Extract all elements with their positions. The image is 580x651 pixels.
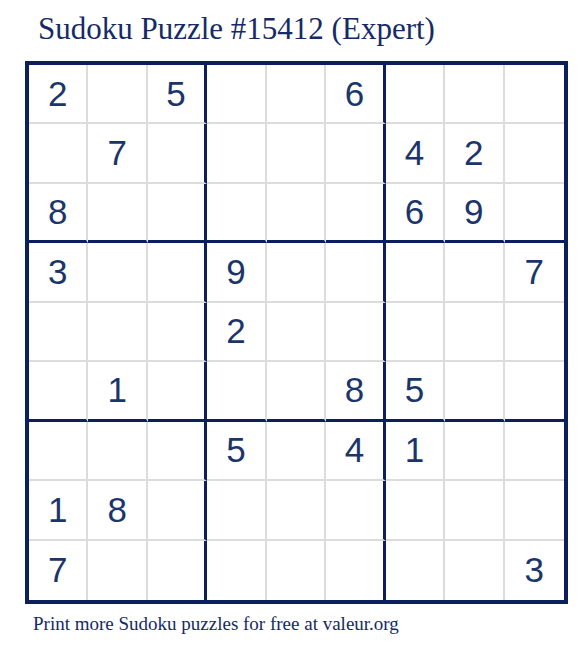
cell-r8c4[interactable]	[207, 481, 266, 540]
cell-r3c6[interactable]	[326, 184, 385, 243]
cell-r9c2[interactable]	[88, 541, 147, 600]
cell-r5c8[interactable]	[445, 303, 504, 362]
cell-r9c1[interactable]: 7	[29, 541, 88, 600]
cell-r3c7[interactable]: 6	[386, 184, 445, 243]
cell-r7c9[interactable]	[505, 422, 564, 481]
cell-r9c9[interactable]: 3	[505, 541, 564, 600]
cell-r1c5[interactable]	[267, 65, 326, 124]
cell-r6c3[interactable]	[148, 362, 207, 421]
cell-r5c3[interactable]	[148, 303, 207, 362]
cell-r7c1[interactable]	[29, 422, 88, 481]
cell-r6c9[interactable]	[505, 362, 564, 421]
cell-r1c6[interactable]: 6	[326, 65, 385, 124]
cell-r1c3[interactable]: 5	[148, 65, 207, 124]
cell-r5c2[interactable]	[88, 303, 147, 362]
cell-r5c1[interactable]	[29, 303, 88, 362]
cell-r9c5[interactable]	[267, 541, 326, 600]
footer-text: Print more Sudoku puzzles for free at va…	[33, 612, 399, 636]
cell-r3c9[interactable]	[505, 184, 564, 243]
cell-r3c5[interactable]	[267, 184, 326, 243]
cell-r9c4[interactable]	[207, 541, 266, 600]
cell-r4c2[interactable]	[88, 243, 147, 302]
cell-r4c6[interactable]	[326, 243, 385, 302]
cell-r7c3[interactable]	[148, 422, 207, 481]
page-title: Sudoku Puzzle #15412 (Expert)	[38, 10, 435, 47]
cell-r7c2[interactable]	[88, 422, 147, 481]
cell-r1c4[interactable]	[207, 65, 266, 124]
cell-r4c1[interactable]: 3	[29, 243, 88, 302]
cell-r2c9[interactable]	[505, 124, 564, 183]
cell-r2c6[interactable]	[326, 124, 385, 183]
cell-r2c1[interactable]	[29, 124, 88, 183]
cell-r7c5[interactable]	[267, 422, 326, 481]
cell-r3c3[interactable]	[148, 184, 207, 243]
cell-r3c4[interactable]	[207, 184, 266, 243]
cell-r1c7[interactable]	[386, 65, 445, 124]
cell-r6c2[interactable]: 1	[88, 362, 147, 421]
cell-r7c6[interactable]: 4	[326, 422, 385, 481]
cell-r6c1[interactable]	[29, 362, 88, 421]
cell-r8c5[interactable]	[267, 481, 326, 540]
cell-r8c8[interactable]	[445, 481, 504, 540]
cell-r1c1[interactable]: 2	[29, 65, 88, 124]
cell-r3c8[interactable]: 9	[445, 184, 504, 243]
cell-r5c6[interactable]	[326, 303, 385, 362]
cell-r4c4[interactable]: 9	[207, 243, 266, 302]
cell-r7c8[interactable]	[445, 422, 504, 481]
cell-r1c9[interactable]	[505, 65, 564, 124]
cell-r1c8[interactable]	[445, 65, 504, 124]
cell-r8c9[interactable]	[505, 481, 564, 540]
cell-r3c2[interactable]	[88, 184, 147, 243]
cell-r4c5[interactable]	[267, 243, 326, 302]
cell-r8c7[interactable]	[386, 481, 445, 540]
cell-r8c6[interactable]	[326, 481, 385, 540]
cell-r9c6[interactable]	[326, 541, 385, 600]
cell-r6c7[interactable]: 5	[386, 362, 445, 421]
cell-r2c5[interactable]	[267, 124, 326, 183]
cell-r9c8[interactable]	[445, 541, 504, 600]
cell-r7c7[interactable]: 1	[386, 422, 445, 481]
cell-r6c6[interactable]: 8	[326, 362, 385, 421]
cell-r3c1[interactable]: 8	[29, 184, 88, 243]
cell-r7c4[interactable]: 5	[207, 422, 266, 481]
cell-r2c7[interactable]: 4	[386, 124, 445, 183]
cell-r6c4[interactable]	[207, 362, 266, 421]
cell-r1c2[interactable]	[88, 65, 147, 124]
cell-r4c7[interactable]	[386, 243, 445, 302]
cell-r8c2[interactable]: 8	[88, 481, 147, 540]
cell-r2c8[interactable]: 2	[445, 124, 504, 183]
cell-r4c9[interactable]: 7	[505, 243, 564, 302]
cell-r9c3[interactable]	[148, 541, 207, 600]
cell-r9c7[interactable]	[386, 541, 445, 600]
sudoku-board: 25674286939721855411873	[25, 61, 568, 604]
cell-r2c4[interactable]	[207, 124, 266, 183]
cell-r8c1[interactable]: 1	[29, 481, 88, 540]
cell-r5c5[interactable]	[267, 303, 326, 362]
cell-r6c8[interactable]	[445, 362, 504, 421]
cell-r5c7[interactable]	[386, 303, 445, 362]
cell-r4c3[interactable]	[148, 243, 207, 302]
cell-r6c5[interactable]	[267, 362, 326, 421]
cell-r2c3[interactable]	[148, 124, 207, 183]
cell-r8c3[interactable]	[148, 481, 207, 540]
cell-r5c4[interactable]: 2	[207, 303, 266, 362]
cell-r2c2[interactable]: 7	[88, 124, 147, 183]
cell-r4c8[interactable]	[445, 243, 504, 302]
cell-r5c9[interactable]	[505, 303, 564, 362]
